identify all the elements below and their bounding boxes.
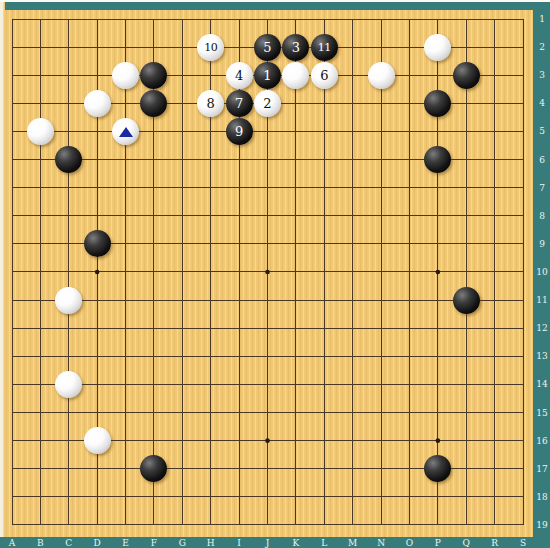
move-number-label: 5 [254,34,281,61]
stone-black-F3 [140,62,167,89]
column-label-C: C [61,538,77,548]
stone-white-L3-move-6: 6 [311,62,338,89]
row-label-7: 7 [534,183,550,193]
stone-white-P2 [424,34,451,61]
move-number-label: 7 [226,90,253,117]
stone-black-Q3 [453,62,480,89]
stone-black-D9 [84,230,111,257]
move-number-label: 4 [226,62,253,89]
column-label-O: O [401,538,417,548]
stone-black-J3-move-1: 1 [254,62,281,89]
move-number-label: 8 [197,90,224,117]
row-label-5: 5 [534,126,550,136]
stone-white-K3 [282,62,309,89]
move-number-label: 1 [254,62,281,89]
row-label-12: 12 [534,323,550,333]
row-label-6: 6 [534,155,550,165]
stone-white-H2-move-10: 10 [197,34,224,61]
stone-white-N3 [368,62,395,89]
row-label-3: 3 [534,70,550,80]
stone-white-B5 [27,118,54,145]
row-label-10: 10 [534,267,550,277]
stone-white-I3-move-4: 4 [226,62,253,89]
stone-black-P4 [424,90,451,117]
column-label-A: A [4,538,20,548]
column-label-M: M [345,538,361,548]
column-label-E: E [118,538,134,548]
column-label-J: J [260,538,276,548]
row-label-18: 18 [534,492,550,502]
stone-white-C14 [55,371,82,398]
column-label-N: N [373,538,389,548]
column-label-H: H [203,538,219,548]
stone-white-C11 [55,287,82,314]
column-label-S: S [515,538,531,548]
row-label-16: 16 [534,436,550,446]
stone-white-E3 [112,62,139,89]
stone-white-J4-move-2: 2 [254,90,281,117]
row-label-8: 8 [534,211,550,221]
column-label-I: I [231,538,247,548]
column-label-K: K [288,538,304,548]
move-number-label: 11 [311,34,338,61]
stone-white-D16 [84,427,111,454]
row-label-15: 15 [534,408,550,418]
column-label-L: L [316,538,332,548]
stone-black-L2-move-11: 11 [311,34,338,61]
go-board-window: ABCDEFGHIJKLMNOPQRS123456789101112131415… [0,0,550,548]
top-frame-bar [5,2,550,10]
row-label-2: 2 [534,42,550,52]
column-label-F: F [146,538,162,548]
stone-black-Q11 [453,287,480,314]
column-label-G: G [174,538,190,548]
row-label-9: 9 [534,239,550,249]
column-label-P: P [430,538,446,548]
triangle-marker-icon [119,127,133,137]
move-number-label: 3 [282,34,309,61]
stone-white-D4 [84,90,111,117]
column-label-B: B [32,538,48,548]
column-label-Q: Q [458,538,474,548]
move-number-label: 9 [226,118,253,145]
column-label-R: R [487,538,503,548]
move-number-label: 6 [311,62,338,89]
row-label-1: 1 [534,14,550,24]
stone-white-H4-move-8: 8 [197,90,224,117]
stone-black-J2-move-5: 5 [254,34,281,61]
stone-black-K2-move-3: 3 [282,34,309,61]
move-number-label: 10 [197,34,224,61]
stone-white-E5 [112,118,139,145]
move-number-label: 2 [254,90,281,117]
stone-black-I5-move-9: 9 [226,118,253,145]
row-label-11: 11 [534,295,550,305]
row-label-14: 14 [534,379,550,389]
row-label-13: 13 [534,351,550,361]
row-label-19: 19 [534,520,550,530]
column-label-D: D [89,538,105,548]
row-label-17: 17 [534,464,550,474]
row-label-4: 4 [534,98,550,108]
stone-black-I4-move-7: 7 [226,90,253,117]
